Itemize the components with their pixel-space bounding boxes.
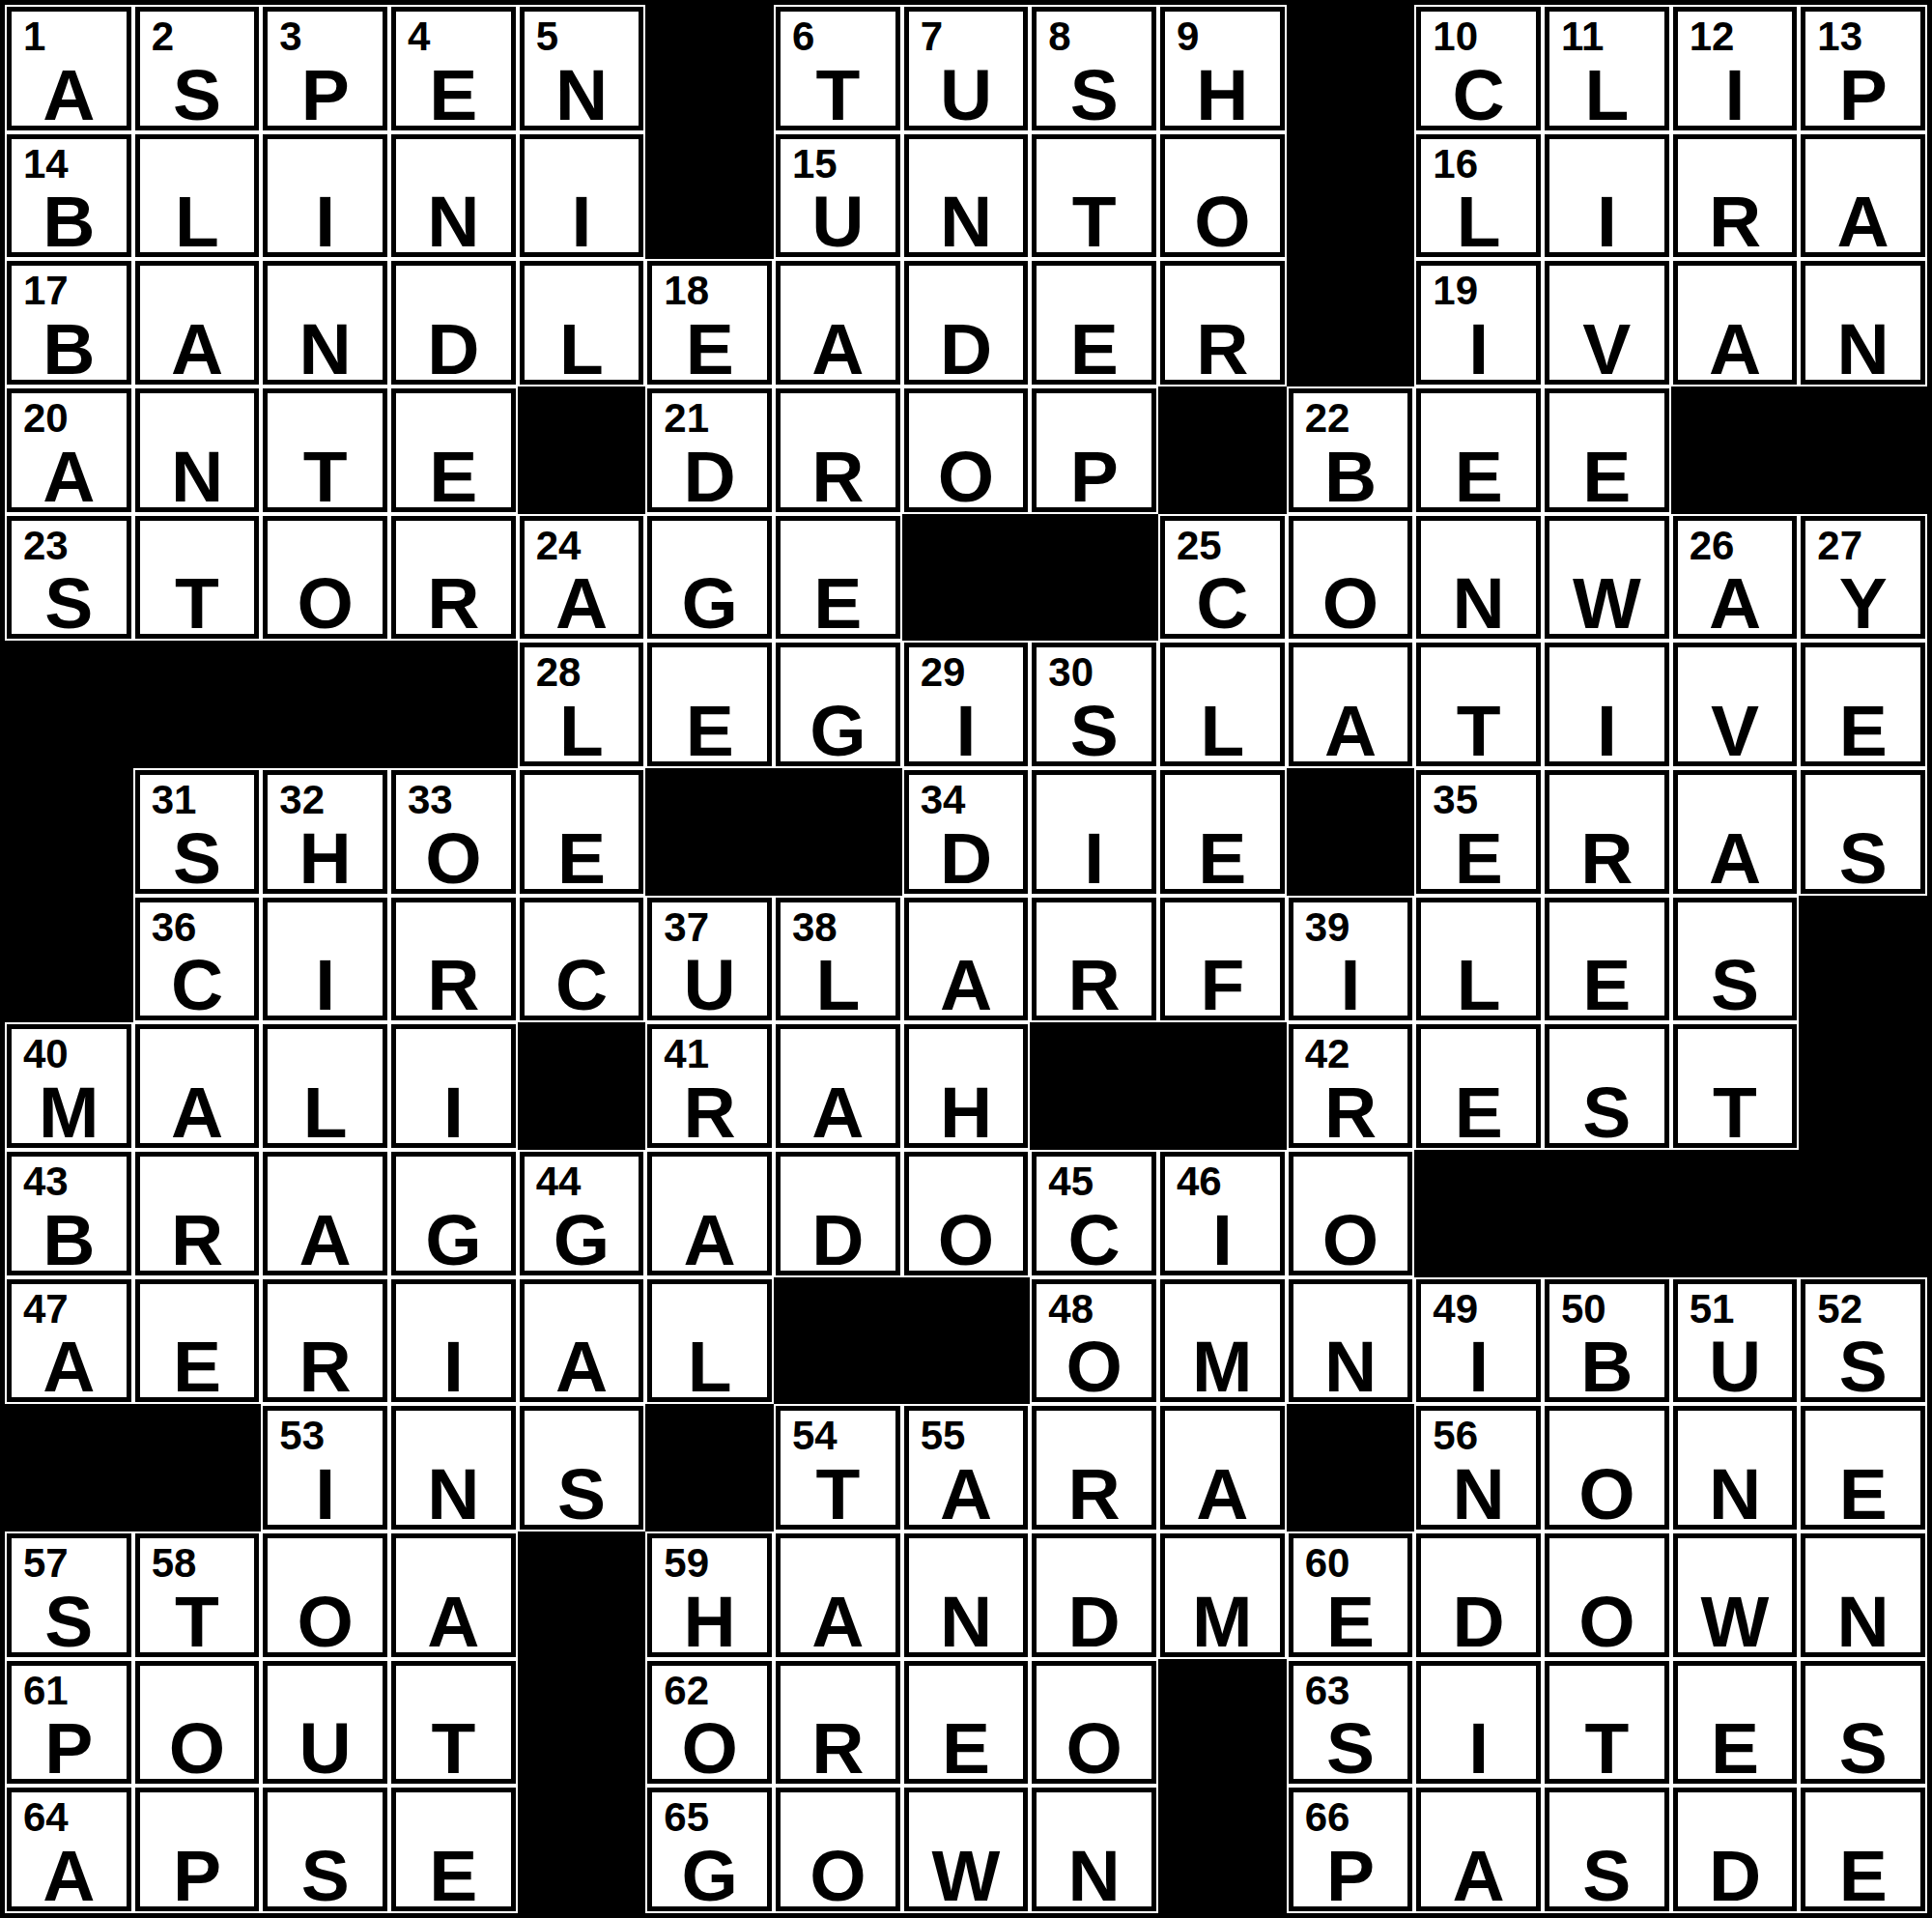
clue-number: 62 (664, 1671, 709, 1711)
clue-number: 54 (792, 1416, 838, 1456)
clue-number: 37 (664, 907, 709, 948)
letter-cell[interactable]: U (261, 1659, 389, 1787)
cell-letter: P (268, 59, 383, 131)
letter-cell[interactable]: N (389, 1404, 518, 1532)
cell-box: 29I (904, 643, 1029, 766)
clue-number: 7 (921, 16, 943, 57)
cell-letter: S (1549, 1840, 1664, 1912)
letter-cell[interactable]: O (261, 1532, 389, 1659)
cell-box: N (1801, 1533, 1925, 1657)
letter-cell[interactable]: A (1414, 1786, 1543, 1913)
letter-cell[interactable]: R (1158, 259, 1287, 386)
cell-box: O (1545, 1406, 1669, 1530)
cell-letter: I (1037, 822, 1151, 895)
cell-box: 15U (776, 134, 900, 258)
cell-letter: U (652, 949, 767, 1021)
cell-letter: H (1165, 59, 1280, 131)
letter-cell[interactable]: E (1414, 1022, 1543, 1150)
letter-cell[interactable]: 55A (902, 1404, 1031, 1532)
letter-cell[interactable]: S (1799, 1659, 1927, 1787)
letter-cell[interactable]: 29I (902, 641, 1031, 768)
letter-cell[interactable]: 39I (1287, 896, 1415, 1023)
letter-cell[interactable]: 10C (1414, 5, 1543, 132)
letter-cell[interactable]: 56N (1414, 1404, 1543, 1532)
letter-cell[interactable]: 66P (1287, 1786, 1415, 1913)
letter-cell[interactable]: 9H (1158, 5, 1287, 132)
cell-letter: T (396, 1712, 511, 1785)
cell-letter: A (525, 567, 639, 640)
cell-letter: F (1165, 949, 1280, 1021)
letter-cell[interactable]: 49I (1414, 1277, 1543, 1405)
letter-cell[interactable]: O (902, 386, 1031, 514)
letter-cell[interactable]: N (1799, 1532, 1927, 1659)
cell-letter: O (1549, 1458, 1664, 1531)
letter-cell[interactable]: N (1030, 1786, 1158, 1913)
clue-number: 51 (1690, 1289, 1735, 1330)
letter-cell[interactable]: A (645, 1150, 774, 1277)
clue-number: 28 (536, 652, 582, 693)
letter-cell[interactable]: D (774, 1150, 902, 1277)
cell-box: 59H (647, 1533, 772, 1657)
cell-letter: S (1037, 59, 1151, 131)
cell-letter: T (1549, 1712, 1664, 1785)
letter-cell[interactable]: N (133, 386, 262, 514)
letter-cell[interactable]: E (1158, 768, 1287, 896)
letter-cell[interactable]: 24A (518, 514, 646, 642)
letter-cell[interactable]: 41R (645, 1022, 774, 1150)
block-cell (1287, 259, 1415, 386)
block-cell (518, 1022, 646, 1150)
cell-letter: N (1805, 1586, 1920, 1658)
letter-cell[interactable]: N (902, 1532, 1031, 1659)
letter-cell[interactable]: 63S (1287, 1659, 1415, 1787)
letter-cell[interactable]: E (133, 1277, 262, 1405)
letter-cell[interactable]: E (1543, 386, 1671, 514)
letter-cell[interactable]: I (389, 1277, 518, 1405)
letter-cell[interactable]: E (1543, 896, 1671, 1023)
letter-cell[interactable]: S (261, 1786, 389, 1913)
block-cell (133, 1404, 262, 1532)
cell-letter: N (140, 441, 255, 513)
cell-box: E (1801, 1788, 1925, 1911)
letter-cell[interactable]: R (389, 514, 518, 642)
letter-cell[interactable]: L (645, 1277, 774, 1405)
letter-cell[interactable]: I (261, 132, 389, 260)
clue-number: 55 (921, 1416, 966, 1456)
cell-letter: H (909, 1076, 1024, 1149)
letter-cell[interactable]: 44G (518, 1150, 646, 1277)
letter-cell[interactable]: 64A (5, 1786, 133, 1913)
cell-box: 55A (904, 1406, 1029, 1530)
letter-cell[interactable]: E (518, 768, 646, 896)
letter-cell[interactable]: E (1414, 386, 1543, 514)
letter-cell[interactable]: E (1030, 259, 1158, 386)
letter-cell[interactable]: 59H (645, 1532, 774, 1659)
letter-cell[interactable]: V (1543, 259, 1671, 386)
cell-letter: L (1421, 949, 1536, 1021)
letter-cell[interactable]: O (902, 1150, 1031, 1277)
letter-cell[interactable]: P (1030, 386, 1158, 514)
cell-box: 6T (776, 7, 900, 130)
letter-cell[interactable]: A (902, 896, 1031, 1023)
letter-cell[interactable]: R (1543, 768, 1671, 896)
letter-cell[interactable]: O (1158, 132, 1287, 260)
letter-cell[interactable]: T (1543, 1659, 1671, 1787)
letter-cell[interactable]: I (261, 896, 389, 1023)
letter-cell[interactable]: D (389, 259, 518, 386)
letter-cell[interactable]: M (1158, 1277, 1287, 1405)
cell-box: 60E (1289, 1533, 1413, 1657)
cell-box: T (391, 1661, 516, 1785)
clue-number: 13 (1817, 16, 1862, 57)
letter-cell[interactable]: 46I (1158, 1150, 1287, 1277)
letter-cell[interactable]: N (389, 132, 518, 260)
cell-letter: B (12, 186, 127, 258)
letter-cell[interactable]: E (389, 1786, 518, 1913)
letter-cell[interactable]: 19I (1414, 259, 1543, 386)
letter-cell[interactable]: 37U (645, 896, 774, 1023)
letter-cell[interactable]: A (1799, 132, 1927, 260)
letter-cell[interactable]: O (1543, 1532, 1671, 1659)
letter-cell[interactable]: N (1414, 514, 1543, 642)
letter-cell[interactable]: 1A (5, 5, 133, 132)
cell-box: T (1416, 643, 1541, 766)
letter-cell[interactable]: 53I (261, 1404, 389, 1532)
letter-cell[interactable]: R (389, 896, 518, 1023)
block-cell (1158, 1659, 1287, 1787)
letter-cell[interactable]: 35E (1414, 768, 1543, 896)
letter-cell[interactable]: T (261, 386, 389, 514)
cell-letter: G (525, 1204, 639, 1276)
cell-box: D (1673, 1788, 1798, 1911)
letter-cell[interactable]: S (1543, 1786, 1671, 1913)
letter-cell[interactable]: E (902, 1659, 1031, 1787)
clue-number: 44 (536, 1161, 582, 1202)
letter-cell[interactable]: 4E (389, 5, 518, 132)
letter-cell[interactable]: A (1158, 1404, 1287, 1532)
cell-box: 40M (7, 1024, 131, 1148)
cell-box: A (1289, 643, 1413, 766)
cell-box: 61P (7, 1661, 131, 1785)
cell-letter: T (268, 441, 383, 513)
letter-cell[interactable]: I (518, 132, 646, 260)
letter-cell[interactable]: 27Y (1799, 514, 1927, 642)
letter-cell[interactable]: 58T (133, 1532, 262, 1659)
letter-cell[interactable]: R (774, 1659, 902, 1787)
block-cell (1799, 1150, 1927, 1277)
letter-cell[interactable]: 47A (5, 1277, 133, 1405)
letter-cell[interactable]: 5N (518, 5, 646, 132)
letter-cell[interactable]: R (1671, 132, 1800, 260)
clue-number: 10 (1433, 16, 1478, 57)
letter-cell[interactable]: 60E (1287, 1532, 1415, 1659)
letter-cell[interactable]: 6T (774, 5, 902, 132)
cell-box: R (1673, 134, 1798, 258)
letter-cell[interactable]: 54T (774, 1404, 902, 1532)
letter-cell[interactable]: A (389, 1532, 518, 1659)
block-cell (774, 768, 902, 896)
letter-cell[interactable]: D (1414, 1532, 1543, 1659)
cell-box: T (1545, 1661, 1669, 1785)
letter-cell[interactable]: I (1543, 132, 1671, 260)
letter-cell[interactable]: E (645, 641, 774, 768)
cell-box: V (1545, 261, 1669, 385)
letter-cell[interactable]: O (1287, 1150, 1415, 1277)
cell-letter: R (396, 949, 511, 1021)
cell-box: E (1545, 898, 1669, 1021)
letter-cell[interactable]: G (389, 1150, 518, 1277)
letter-cell[interactable]: I (389, 1022, 518, 1150)
letter-cell[interactable]: L (261, 1022, 389, 1150)
letter-cell[interactable]: R (1030, 896, 1158, 1023)
block-cell (5, 768, 133, 896)
letter-cell[interactable]: 7U (902, 5, 1031, 132)
letter-cell[interactable]: 52S (1799, 1277, 1927, 1405)
letter-cell[interactable]: 2S (133, 5, 262, 132)
cell-letter: S (268, 1840, 383, 1912)
clue-number: 1 (23, 16, 45, 57)
letter-cell[interactable]: D (1030, 1532, 1158, 1659)
cell-letter: I (268, 186, 383, 258)
letter-cell[interactable]: L (1414, 896, 1543, 1023)
cell-letter: N (396, 1458, 511, 1531)
cell-box: U (263, 1661, 387, 1785)
letter-cell[interactable]: M (1158, 1532, 1287, 1659)
cell-letter: L (781, 949, 895, 1021)
cell-letter: E (1805, 1458, 1920, 1531)
cell-box: R (1160, 261, 1285, 385)
letter-cell[interactable]: F (1158, 896, 1287, 1023)
cell-letter: G (652, 567, 767, 640)
letter-cell[interactable]: T (1671, 1022, 1800, 1150)
cell-letter: S (12, 567, 127, 640)
letter-cell[interactable]: 33O (389, 768, 518, 896)
letter-cell[interactable]: G (645, 514, 774, 642)
letter-cell[interactable]: L (1158, 641, 1287, 768)
letter-cell[interactable]: A (133, 1022, 262, 1150)
letter-cell[interactable]: A (1287, 641, 1415, 768)
letter-cell[interactable]: 31S (133, 768, 262, 896)
cell-box: 49I (1416, 1279, 1541, 1403)
letter-cell[interactable]: G (774, 641, 902, 768)
letter-cell[interactable]: R (1030, 1404, 1158, 1532)
clue-number: 26 (1690, 526, 1735, 566)
letter-cell[interactable]: 65G (645, 1786, 774, 1913)
letter-cell[interactable]: R (133, 1150, 262, 1277)
letter-cell[interactable]: W (1671, 1532, 1800, 1659)
cell-box: 31S (135, 770, 260, 894)
letter-cell[interactable]: P (133, 1786, 262, 1913)
cell-box: 42R (1289, 1024, 1413, 1148)
letter-cell[interactable]: N (261, 259, 389, 386)
cell-letter: A (1805, 186, 1920, 258)
letter-cell[interactable]: N (902, 132, 1031, 260)
letter-cell[interactable]: 25C (1158, 514, 1287, 642)
letter-cell[interactable]: 12I (1671, 5, 1800, 132)
letter-cell[interactable]: N (1799, 259, 1927, 386)
cell-letter: D (652, 441, 767, 513)
cell-letter: M (1165, 1331, 1280, 1403)
letter-cell[interactable]: 50B (1543, 1277, 1671, 1405)
cell-box: 62O (647, 1661, 772, 1785)
letter-cell[interactable]: A (774, 259, 902, 386)
letter-cell[interactable]: 18E (645, 259, 774, 386)
letter-cell[interactable]: I (1030, 768, 1158, 896)
letter-cell[interactable]: T (1030, 132, 1158, 260)
letter-cell[interactable]: S (1543, 1022, 1671, 1150)
letter-cell[interactable]: A (774, 1532, 902, 1659)
letter-cell[interactable]: 40M (5, 1022, 133, 1150)
cell-box: A (647, 1152, 772, 1275)
letter-cell[interactable]: R (774, 386, 902, 514)
letter-cell[interactable]: E (774, 514, 902, 642)
letter-cell[interactable]: O (133, 1659, 262, 1787)
letter-cell[interactable]: 17B (5, 259, 133, 386)
letter-cell[interactable]: T (389, 1659, 518, 1787)
cell-box: P (135, 1788, 260, 1911)
letter-cell[interactable]: T (133, 514, 262, 642)
cell-box: 58T (135, 1533, 260, 1657)
letter-cell[interactable]: E (389, 386, 518, 514)
letter-cell[interactable]: A (261, 1150, 389, 1277)
block-cell (518, 1659, 646, 1787)
letter-cell[interactable]: 28L (518, 641, 646, 768)
cell-box: S (263, 1788, 387, 1911)
cell-letter: E (140, 1331, 255, 1403)
letter-cell[interactable]: N (1287, 1277, 1415, 1405)
cell-letter: I (1165, 1204, 1280, 1276)
letter-cell[interactable]: S (518, 1404, 646, 1532)
letter-cell[interactable]: I (1543, 641, 1671, 768)
letter-cell[interactable]: L (133, 132, 262, 260)
letter-cell[interactable]: S (1799, 768, 1927, 896)
letter-cell[interactable]: A (518, 1277, 646, 1405)
letter-cell[interactable]: 8S (1030, 5, 1158, 132)
cell-letter: E (1293, 1586, 1408, 1658)
letter-cell[interactable]: 62O (645, 1659, 774, 1787)
letter-cell[interactable]: 22B (1287, 386, 1415, 514)
letter-cell[interactable]: 13P (1799, 5, 1927, 132)
letter-cell[interactable]: L (518, 259, 646, 386)
letter-cell[interactable]: O (1543, 1404, 1671, 1532)
letter-cell[interactable]: O (1287, 514, 1415, 642)
letter-cell[interactable]: O (1030, 1659, 1158, 1787)
letter-cell[interactable]: 26A (1671, 514, 1800, 642)
cell-letter: O (1549, 1586, 1664, 1658)
letter-cell[interactable]: 15U (774, 132, 902, 260)
letter-cell[interactable]: 16L (1414, 132, 1543, 260)
cell-box: 16L (1416, 134, 1541, 258)
clue-number: 32 (279, 780, 325, 820)
clue-number: 11 (1561, 16, 1604, 57)
cell-box: N (1801, 261, 1925, 385)
letter-cell[interactable]: 30S (1030, 641, 1158, 768)
cell-box: D (391, 261, 516, 385)
cell-box: 65G (647, 1788, 772, 1911)
letter-cell[interactable]: E (1671, 1659, 1800, 1787)
letter-cell[interactable]: 61P (5, 1659, 133, 1787)
cell-box: E (776, 516, 900, 640)
letter-cell[interactable]: 42R (1287, 1022, 1415, 1150)
letter-cell[interactable]: H (902, 1022, 1031, 1150)
letter-cell[interactable]: D (1671, 1786, 1800, 1913)
cell-box: 50B (1545, 1279, 1669, 1403)
cell-letter: A (781, 313, 895, 386)
cell-letter: A (909, 949, 1024, 1021)
letter-cell[interactable]: R (261, 1277, 389, 1405)
cell-box: S (1801, 1661, 1925, 1785)
cell-box: R (135, 1152, 260, 1275)
block-cell (645, 132, 774, 260)
letter-cell[interactable]: 20A (5, 386, 133, 514)
cell-letter: R (652, 1076, 767, 1149)
cell-box: I (1545, 643, 1669, 766)
block-cell (1158, 1786, 1287, 1913)
cell-box: N (904, 134, 1029, 258)
letter-cell[interactable]: 32H (261, 768, 389, 896)
cell-letter: A (12, 1331, 127, 1403)
cell-letter: A (1678, 313, 1793, 386)
letter-cell[interactable]: 38L (774, 896, 902, 1023)
clue-number: 66 (1305, 1797, 1350, 1838)
letter-cell[interactable]: A (1671, 259, 1800, 386)
letter-cell[interactable]: O (774, 1786, 902, 1913)
letter-cell[interactable]: E (1799, 1404, 1927, 1532)
letter-cell[interactable]: 21D (645, 386, 774, 514)
cell-box: 34D (904, 770, 1029, 894)
letter-cell[interactable]: 57S (5, 1532, 133, 1659)
letter-cell[interactable]: 11L (1543, 5, 1671, 132)
block-cell (902, 1277, 1031, 1405)
clue-number: 8 (1048, 16, 1070, 57)
letter-cell[interactable]: 3P (261, 5, 389, 132)
letter-cell[interactable]: O (261, 514, 389, 642)
letter-cell[interactable]: N (1671, 1404, 1800, 1532)
letter-cell[interactable]: 51U (1671, 1277, 1800, 1405)
letter-cell[interactable]: 48O (1030, 1277, 1158, 1405)
letter-cell[interactable]: A (133, 259, 262, 386)
clue-number: 45 (1048, 1161, 1094, 1202)
letter-cell[interactable]: 43B (5, 1150, 133, 1277)
letter-cell[interactable]: W (1543, 514, 1671, 642)
letter-cell[interactable]: E (1799, 1786, 1927, 1913)
letter-cell[interactable]: 14B (5, 132, 133, 260)
cell-box: 18E (647, 261, 772, 385)
cell-letter: M (12, 1076, 127, 1149)
cell-box: I (520, 134, 644, 258)
letter-cell[interactable]: I (1414, 1659, 1543, 1787)
letter-cell[interactable]: 34D (902, 768, 1031, 896)
letter-cell[interactable]: D (902, 259, 1031, 386)
letter-cell[interactable]: T (1414, 641, 1543, 768)
letter-cell[interactable]: 45C (1030, 1150, 1158, 1277)
cell-letter: D (781, 1204, 895, 1276)
letter-cell[interactable]: 36C (133, 896, 262, 1023)
letter-cell[interactable]: C (518, 896, 646, 1023)
letter-cell[interactable]: A (774, 1022, 902, 1150)
letter-cell[interactable]: A (1671, 768, 1800, 896)
letter-cell[interactable]: W (902, 1786, 1031, 1913)
cell-letter: H (268, 822, 383, 895)
letter-cell[interactable]: S (1671, 896, 1800, 1023)
cell-letter: S (1037, 695, 1151, 767)
letter-cell[interactable]: E (1799, 641, 1927, 768)
letter-cell[interactable]: 23S (5, 514, 133, 642)
block-cell (1287, 768, 1415, 896)
letter-cell[interactable]: V (1671, 641, 1800, 768)
cell-letter: T (781, 1458, 895, 1531)
cell-letter: E (781, 567, 895, 640)
